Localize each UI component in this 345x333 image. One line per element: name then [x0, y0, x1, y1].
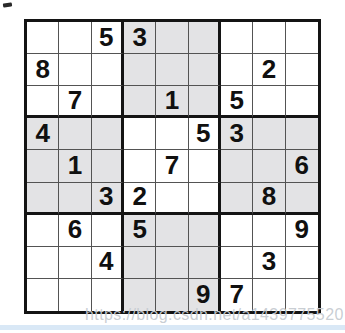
cell-r8c7[interactable]: [221, 247, 253, 279]
cell-r2c3[interactable]: [92, 54, 124, 86]
given-digit: 3: [229, 120, 243, 146]
given-digit: 5: [132, 216, 146, 242]
cell-r2c2[interactable]: [59, 54, 91, 86]
cell-r4c3[interactable]: [92, 118, 124, 150]
cell-r7c6[interactable]: [189, 215, 221, 247]
cell-r6c1[interactable]: [27, 183, 59, 215]
cell-r5c2[interactable]: 1: [59, 150, 91, 182]
cell-r3c9[interactable]: [286, 86, 318, 118]
given-digit: 5: [99, 24, 113, 50]
watermark-url-text: https://blog.csdn.net/a1439775520: [85, 306, 345, 324]
given-digit: 5: [196, 120, 210, 146]
cell-r3c8[interactable]: [253, 86, 285, 118]
given-digit: 4: [99, 248, 113, 274]
cell-r4c4[interactable]: [124, 118, 156, 150]
cell-r7c9[interactable]: 9: [286, 215, 318, 247]
cell-r6c5[interactable]: [156, 183, 188, 215]
cell-r2c5[interactable]: [156, 54, 188, 86]
cell-r1c8[interactable]: [253, 22, 285, 54]
cell-r1c4[interactable]: 3: [124, 22, 156, 54]
cell-r6c9[interactable]: [286, 183, 318, 215]
cell-r5c4[interactable]: [124, 150, 156, 182]
cell-r5c7[interactable]: [221, 150, 253, 182]
given-digit: 7: [229, 281, 243, 307]
sudoku-board: 53827154531763286594397: [24, 19, 321, 314]
given-digit: 2: [132, 183, 146, 209]
given-digit: 1: [68, 152, 82, 178]
bottom-page-strip: [0, 325, 345, 330]
cell-r7c8[interactable]: [253, 215, 285, 247]
cell-r5c8[interactable]: [253, 150, 285, 182]
given-digit: 7: [68, 87, 82, 113]
cell-r7c2[interactable]: 6: [59, 215, 91, 247]
cell-r8c2[interactable]: [59, 247, 91, 279]
given-digit: 6: [68, 216, 82, 242]
given-digit: 3: [262, 248, 276, 274]
given-digit: 9: [196, 281, 210, 307]
cell-r8c1[interactable]: [27, 247, 59, 279]
given-digit: 9: [295, 216, 309, 242]
cell-r8c9[interactable]: [286, 247, 318, 279]
cell-r5c1[interactable]: [27, 150, 59, 182]
cell-r3c7[interactable]: 5: [221, 86, 253, 118]
cell-r2c4[interactable]: [124, 54, 156, 86]
cell-r7c7[interactable]: [221, 215, 253, 247]
cell-r4c5[interactable]: [156, 118, 188, 150]
cell-r8c8[interactable]: 3: [253, 247, 285, 279]
given-digit: 4: [35, 120, 49, 146]
cell-r4c2[interactable]: [59, 118, 91, 150]
cell-r4c1[interactable]: 4: [27, 118, 59, 150]
given-digit: 7: [165, 152, 179, 178]
cell-r7c5[interactable]: [156, 215, 188, 247]
cell-r8c6[interactable]: [189, 247, 221, 279]
given-digit: 2: [262, 56, 276, 82]
cell-r5c5[interactable]: 7: [156, 150, 188, 182]
cell-r3c6[interactable]: [189, 86, 221, 118]
given-digit: 8: [262, 183, 276, 209]
cell-r1c2[interactable]: [59, 22, 91, 54]
cell-r3c2[interactable]: 7: [59, 86, 91, 118]
cell-r7c4[interactable]: 5: [124, 215, 156, 247]
cell-r5c3[interactable]: [92, 150, 124, 182]
given-digit: 1: [165, 87, 179, 113]
cell-r1c5[interactable]: [156, 22, 188, 54]
given-digit: 5: [229, 87, 243, 113]
cell-r2c9[interactable]: [286, 54, 318, 86]
cell-r4c6[interactable]: 5: [189, 118, 221, 150]
cell-r3c3[interactable]: [92, 86, 124, 118]
cell-r1c7[interactable]: [221, 22, 253, 54]
cell-r8c3[interactable]: 4: [92, 247, 124, 279]
cell-r2c1[interactable]: 8: [27, 54, 59, 86]
cell-r6c6[interactable]: [189, 183, 221, 215]
cell-r8c5[interactable]: [156, 247, 188, 279]
cell-r2c7[interactable]: [221, 54, 253, 86]
cell-r4c7[interactable]: 3: [221, 118, 253, 150]
cell-r4c9[interactable]: [286, 118, 318, 150]
cell-r6c7[interactable]: [221, 183, 253, 215]
cell-r9c1[interactable]: [27, 279, 59, 311]
given-digit: 6: [295, 152, 309, 178]
cell-r3c1[interactable]: [27, 86, 59, 118]
cell-r6c3[interactable]: 3: [92, 183, 124, 215]
cell-r5c9[interactable]: 6: [286, 150, 318, 182]
cell-r7c1[interactable]: [27, 215, 59, 247]
given-digit: 3: [99, 183, 113, 209]
cell-r4c8[interactable]: [253, 118, 285, 150]
cell-r7c3[interactable]: [92, 215, 124, 247]
cell-r3c4[interactable]: [124, 86, 156, 118]
cell-r2c6[interactable]: [189, 54, 221, 86]
cell-r1c1[interactable]: [27, 22, 59, 54]
cell-r8c4[interactable]: [124, 247, 156, 279]
cell-r6c8[interactable]: 8: [253, 183, 285, 215]
cell-r3c5[interactable]: 1: [156, 86, 188, 118]
corner-artifact-mark: [3, 2, 12, 7]
cell-r1c9[interactable]: [286, 22, 318, 54]
given-digit: 8: [35, 56, 49, 82]
cell-r2c8[interactable]: 2: [253, 54, 285, 86]
cell-r1c3[interactable]: 5: [92, 22, 124, 54]
cell-r6c4[interactable]: 2: [124, 183, 156, 215]
cell-r6c2[interactable]: [59, 183, 91, 215]
given-digit: 3: [132, 24, 146, 50]
cell-r1c6[interactable]: [189, 22, 221, 54]
cell-r5c6[interactable]: [189, 150, 221, 182]
